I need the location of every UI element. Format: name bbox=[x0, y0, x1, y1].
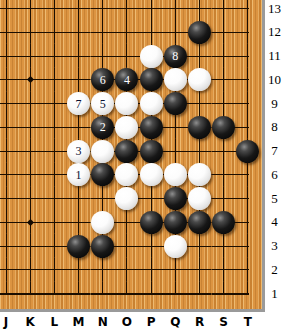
intersection-T13[interactable] bbox=[236, 0, 260, 20]
intersection-Q7[interactable] bbox=[163, 139, 187, 163]
intersection-Q6[interactable] bbox=[163, 163, 187, 187]
intersection-P13[interactable] bbox=[139, 0, 163, 20]
intersection-O8[interactable] bbox=[115, 115, 139, 139]
white-stone-O6 bbox=[115, 163, 138, 186]
row-label-10: 10 bbox=[265, 68, 284, 92]
row-label-5: 5 bbox=[265, 187, 284, 211]
col-label-M: M bbox=[66, 311, 90, 332]
intersection-M11[interactable] bbox=[66, 44, 90, 68]
intersection-L2[interactable] bbox=[42, 258, 66, 282]
intersection-N9[interactable]: 5 bbox=[91, 92, 115, 116]
intersection-Q10[interactable] bbox=[163, 68, 187, 92]
intersection-N5[interactable] bbox=[91, 187, 115, 211]
row-label-2: 2 bbox=[265, 258, 284, 282]
intersection-T6[interactable] bbox=[236, 163, 260, 187]
row-label-4: 4 bbox=[265, 210, 284, 234]
black-stone-N10: 6 bbox=[91, 68, 114, 91]
white-stone-P11 bbox=[140, 45, 163, 68]
row-label-1: 1 bbox=[265, 282, 284, 306]
row-label-11: 11 bbox=[265, 44, 284, 68]
intersection-J13[interactable] bbox=[0, 0, 18, 20]
intersection-J6[interactable] bbox=[0, 163, 18, 187]
intersection-R3[interactable] bbox=[187, 234, 211, 258]
black-stone-P7 bbox=[140, 140, 163, 163]
intersection-O5[interactable] bbox=[115, 187, 139, 211]
intersection-N11[interactable] bbox=[91, 44, 115, 68]
col-label-T: T bbox=[236, 311, 260, 332]
white-stone-R10 bbox=[188, 68, 211, 91]
intersection-R10[interactable] bbox=[187, 68, 211, 92]
intersection-S4[interactable] bbox=[212, 210, 236, 234]
intersection-O10[interactable]: 4 bbox=[115, 68, 139, 92]
intersection-L1[interactable] bbox=[42, 282, 66, 306]
intersection-T7[interactable] bbox=[236, 139, 260, 163]
intersection-L8[interactable] bbox=[42, 115, 66, 139]
intersection-M6[interactable]: 1 bbox=[66, 163, 90, 187]
intersection-K5[interactable] bbox=[18, 187, 42, 211]
black-stone-P8 bbox=[140, 116, 163, 139]
col-labels: JKLMNOPQRST bbox=[0, 311, 260, 332]
goban: 86475231 bbox=[0, 0, 262, 309]
row-label-12: 12 bbox=[265, 20, 284, 44]
col-label-P: P bbox=[139, 311, 163, 332]
intersection-S10[interactable] bbox=[212, 68, 236, 92]
intersection-T4[interactable] bbox=[236, 210, 260, 234]
intersection-M10[interactable] bbox=[66, 68, 90, 92]
intersection-Q3[interactable] bbox=[163, 234, 187, 258]
intersection-T1[interactable] bbox=[236, 282, 260, 306]
intersection-T10[interactable] bbox=[236, 68, 260, 92]
intersection-R12[interactable] bbox=[187, 20, 211, 44]
row-label-13: 13 bbox=[265, 0, 284, 20]
intersection-L9[interactable] bbox=[42, 92, 66, 116]
white-stone-N7 bbox=[91, 140, 114, 163]
intersection-M3[interactable] bbox=[66, 234, 90, 258]
black-stone-N6 bbox=[91, 163, 114, 186]
intersection-T12[interactable] bbox=[236, 20, 260, 44]
black-stone-Q5 bbox=[164, 187, 187, 210]
row-label-3: 3 bbox=[265, 234, 284, 258]
white-stone-O8 bbox=[115, 116, 138, 139]
row-label-7: 7 bbox=[265, 139, 284, 163]
intersection-J7[interactable] bbox=[0, 139, 18, 163]
intersection-J11[interactable] bbox=[0, 44, 18, 68]
white-stone-Q6 bbox=[164, 163, 187, 186]
intersection-J9[interactable] bbox=[0, 92, 18, 116]
intersection-Q13[interactable] bbox=[163, 0, 187, 20]
white-stone-M7: 3 bbox=[67, 140, 90, 163]
intersection-T11[interactable] bbox=[236, 44, 260, 68]
intersection-Q8[interactable] bbox=[163, 115, 187, 139]
star-point-K10 bbox=[27, 76, 34, 83]
intersection-P5[interactable] bbox=[139, 187, 163, 211]
intersection-T9[interactable] bbox=[236, 92, 260, 116]
intersection-N8[interactable]: 2 bbox=[91, 115, 115, 139]
black-stone-R8 bbox=[188, 116, 211, 139]
intersection-T3[interactable] bbox=[236, 234, 260, 258]
intersection-L13[interactable] bbox=[42, 0, 66, 20]
black-stone-P4 bbox=[140, 211, 163, 234]
intersection-N6[interactable] bbox=[91, 163, 115, 187]
intersection-M12[interactable] bbox=[66, 20, 90, 44]
intersection-T5[interactable] bbox=[236, 187, 260, 211]
intersection-M2[interactable] bbox=[66, 258, 90, 282]
intersection-O1[interactable] bbox=[115, 282, 139, 306]
intersection-P1[interactable] bbox=[139, 282, 163, 306]
intersection-J2[interactable] bbox=[0, 258, 18, 282]
intersection-J12[interactable] bbox=[0, 20, 18, 44]
intersection-P10[interactable] bbox=[139, 68, 163, 92]
intersection-O11[interactable] bbox=[115, 44, 139, 68]
intersection-S2[interactable] bbox=[212, 258, 236, 282]
black-stone-Q11: 8 bbox=[164, 45, 187, 68]
intersection-K3[interactable] bbox=[18, 234, 42, 258]
intersection-R2[interactable] bbox=[187, 258, 211, 282]
intersection-N1[interactable] bbox=[91, 282, 115, 306]
intersection-S3[interactable] bbox=[212, 234, 236, 258]
col-label-N: N bbox=[91, 311, 115, 332]
intersection-P2[interactable] bbox=[139, 258, 163, 282]
intersection-J4[interactable] bbox=[0, 210, 18, 234]
intersection-J1[interactable] bbox=[0, 282, 18, 306]
intersection-K2[interactable] bbox=[18, 258, 42, 282]
col-label-Q: Q bbox=[163, 311, 187, 332]
row-label-8: 8 bbox=[265, 115, 284, 139]
black-stone-O7 bbox=[115, 140, 138, 163]
intersection-O2[interactable] bbox=[115, 258, 139, 282]
black-stone-R4 bbox=[188, 211, 211, 234]
intersection-N4[interactable] bbox=[91, 210, 115, 234]
white-stone-P6 bbox=[140, 163, 163, 186]
intersection-S12[interactable] bbox=[212, 20, 236, 44]
white-stone-R6 bbox=[188, 163, 211, 186]
intersection-P12[interactable] bbox=[139, 20, 163, 44]
black-stone-R12 bbox=[188, 21, 211, 44]
intersection-R5[interactable] bbox=[187, 187, 211, 211]
go-diagram: 86475231 13121110987654321 JKLMNOPQRST bbox=[0, 0, 284, 332]
intersection-K4[interactable] bbox=[18, 210, 42, 234]
row-label-6: 6 bbox=[265, 163, 284, 187]
intersection-Q5[interactable] bbox=[163, 187, 187, 211]
intersection-O3[interactable] bbox=[115, 234, 139, 258]
intersection-R9[interactable] bbox=[187, 92, 211, 116]
black-stone-Q9 bbox=[164, 92, 187, 115]
col-label-J: J bbox=[0, 311, 18, 332]
intersection-M1[interactable] bbox=[66, 282, 90, 306]
intersection-N13[interactable] bbox=[91, 0, 115, 20]
intersection-Q12[interactable] bbox=[163, 20, 187, 44]
intersection-L10[interactable] bbox=[42, 68, 66, 92]
intersection-K6[interactable] bbox=[18, 163, 42, 187]
intersection-R11[interactable] bbox=[187, 44, 211, 68]
col-label-L: L bbox=[42, 311, 66, 332]
black-stone-M3 bbox=[67, 235, 90, 258]
intersection-R6[interactable] bbox=[187, 163, 211, 187]
intersection-O12[interactable] bbox=[115, 20, 139, 44]
intersection-S8[interactable] bbox=[212, 115, 236, 139]
intersection-Q2[interactable] bbox=[163, 258, 187, 282]
intersection-J3[interactable] bbox=[0, 234, 18, 258]
intersection-O9[interactable] bbox=[115, 92, 139, 116]
intersection-P3[interactable] bbox=[139, 234, 163, 258]
intersection-K10[interactable] bbox=[18, 68, 42, 92]
intersection-S9[interactable] bbox=[212, 92, 236, 116]
intersection-S1[interactable] bbox=[212, 282, 236, 306]
intersection-P4[interactable] bbox=[139, 210, 163, 234]
intersection-P9[interactable] bbox=[139, 92, 163, 116]
intersection-S6[interactable] bbox=[212, 163, 236, 187]
col-label-S: S bbox=[212, 311, 236, 332]
intersection-J8[interactable] bbox=[0, 115, 18, 139]
black-stone-Q4 bbox=[164, 211, 187, 234]
row-labels: 13121110987654321 bbox=[265, 0, 284, 305]
intersection-R8[interactable] bbox=[187, 115, 211, 139]
intersection-N12[interactable] bbox=[91, 20, 115, 44]
intersection-M4[interactable] bbox=[66, 210, 90, 234]
col-label-K: K bbox=[18, 311, 42, 332]
intersection-Q9[interactable] bbox=[163, 92, 187, 116]
intersection-R1[interactable] bbox=[187, 282, 211, 306]
intersection-K12[interactable] bbox=[18, 20, 42, 44]
white-stone-P9 bbox=[140, 92, 163, 115]
intersection-Q4[interactable] bbox=[163, 210, 187, 234]
intersection-R7[interactable] bbox=[187, 139, 211, 163]
intersection-J10[interactable] bbox=[0, 68, 18, 92]
intersection-T8[interactable] bbox=[236, 115, 260, 139]
intersection-L4[interactable] bbox=[42, 210, 66, 234]
intersection-P8[interactable] bbox=[139, 115, 163, 139]
intersection-Q1[interactable] bbox=[163, 282, 187, 306]
intersection-O4[interactable] bbox=[115, 210, 139, 234]
black-stone-N8: 2 bbox=[91, 116, 114, 139]
intersection-L6[interactable] bbox=[42, 163, 66, 187]
white-stone-Q10 bbox=[164, 68, 187, 91]
intersection-S5[interactable] bbox=[212, 187, 236, 211]
intersection-N3[interactable] bbox=[91, 234, 115, 258]
row-label-9: 9 bbox=[265, 92, 284, 116]
intersection-N2[interactable] bbox=[91, 258, 115, 282]
white-stone-M6: 1 bbox=[67, 163, 90, 186]
intersection-N10[interactable]: 6 bbox=[91, 68, 115, 92]
black-stone-N3 bbox=[91, 235, 114, 258]
star-point-K4 bbox=[27, 219, 34, 226]
intersection-L3[interactable] bbox=[42, 234, 66, 258]
col-label-R: R bbox=[187, 311, 211, 332]
white-stone-O5 bbox=[115, 187, 138, 210]
white-stone-Q3 bbox=[164, 235, 187, 258]
intersection-M5[interactable] bbox=[66, 187, 90, 211]
intersection-S7[interactable] bbox=[212, 139, 236, 163]
intersection-K1[interactable] bbox=[18, 282, 42, 306]
intersection-L7[interactable] bbox=[42, 139, 66, 163]
intersection-K13[interactable] bbox=[18, 0, 42, 20]
intersection-S13[interactable] bbox=[212, 0, 236, 20]
black-stone-T7 bbox=[236, 140, 259, 163]
white-stone-M9: 7 bbox=[67, 92, 90, 115]
black-stone-O10: 4 bbox=[115, 68, 138, 91]
intersection-Q11[interactable]: 8 bbox=[163, 44, 187, 68]
white-stone-O9 bbox=[115, 92, 138, 115]
intersection-M8[interactable] bbox=[66, 115, 90, 139]
intersection-R4[interactable] bbox=[187, 210, 211, 234]
black-stone-P10 bbox=[140, 68, 163, 91]
col-label-O: O bbox=[115, 311, 139, 332]
intersection-M13[interactable] bbox=[66, 0, 90, 20]
white-stone-R5 bbox=[188, 187, 211, 210]
intersection-P11[interactable] bbox=[139, 44, 163, 68]
intersection-L5[interactable] bbox=[42, 187, 66, 211]
intersection-T2[interactable] bbox=[236, 258, 260, 282]
intersection-K11[interactable] bbox=[18, 44, 42, 68]
intersection-K8[interactable] bbox=[18, 115, 42, 139]
intersection-K9[interactable] bbox=[18, 92, 42, 116]
intersection-S11[interactable] bbox=[212, 44, 236, 68]
intersection-N7[interactable] bbox=[91, 139, 115, 163]
intersection-K7[interactable] bbox=[18, 139, 42, 163]
board-grid: 86475231 bbox=[0, 0, 260, 305]
white-stone-N9: 5 bbox=[91, 92, 114, 115]
intersection-M9[interactable]: 7 bbox=[66, 92, 90, 116]
intersection-O7[interactable] bbox=[115, 139, 139, 163]
intersection-O6[interactable] bbox=[115, 163, 139, 187]
white-stone-N4 bbox=[91, 211, 114, 234]
intersection-L12[interactable] bbox=[42, 20, 66, 44]
intersection-P6[interactable] bbox=[139, 163, 163, 187]
intersection-O13[interactable] bbox=[115, 0, 139, 20]
intersection-L11[interactable] bbox=[42, 44, 66, 68]
black-stone-S4 bbox=[212, 211, 235, 234]
intersection-P7[interactable] bbox=[139, 139, 163, 163]
intersection-J5[interactable] bbox=[0, 187, 18, 211]
intersection-M7[interactable]: 3 bbox=[66, 139, 90, 163]
intersection-R13[interactable] bbox=[187, 0, 211, 20]
black-stone-S8 bbox=[212, 116, 235, 139]
